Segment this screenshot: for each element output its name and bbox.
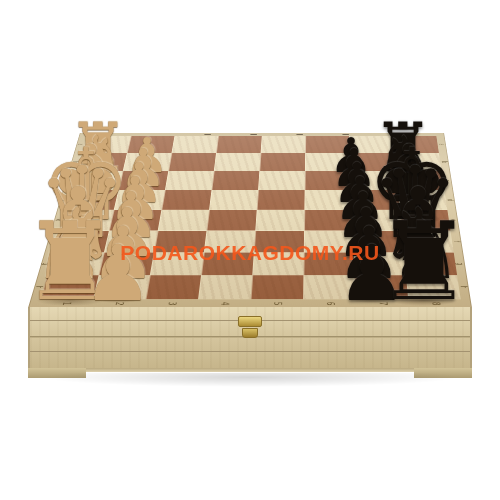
hinge-screw-icon bbox=[296, 134, 303, 135]
latch-hook bbox=[242, 328, 258, 338]
floor-shadow bbox=[40, 373, 460, 387]
hinge-screw-icon bbox=[250, 134, 257, 135]
piece-black-rook-a8[interactable]: ♜ bbox=[376, 208, 473, 316]
box-seam bbox=[30, 351, 470, 352]
latch-plate bbox=[238, 316, 262, 327]
hinge-screw-icon bbox=[204, 134, 211, 135]
box-base bbox=[86, 368, 414, 372]
piece-white-pawn-a2[interactable]: ♟ bbox=[83, 235, 152, 312]
product-photo: 12345678 abcdefgh abcdefgh ♜♞♝♛♚♝♞♜♟♟♟♟♟… bbox=[0, 0, 500, 500]
brass-latch-icon bbox=[236, 316, 264, 338]
